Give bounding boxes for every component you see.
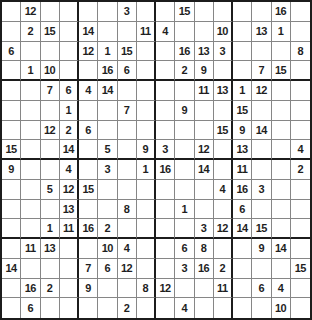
- cell-r16c16[interactable]: [291, 298, 310, 318]
- given-digit: 7: [85, 262, 91, 274]
- given-digit: 12: [25, 5, 36, 17]
- given-digit: 14: [237, 222, 248, 234]
- cell-r15c8: 8: [137, 279, 156, 299]
- cell-r9c3[interactable]: [41, 160, 60, 180]
- cell-r12c8[interactable]: [137, 219, 156, 239]
- cell-r16c13[interactable]: [233, 298, 252, 318]
- cell-r6c12[interactable]: [214, 101, 233, 121]
- cell-r1c4[interactable]: [60, 2, 79, 22]
- given-digit: 15: [179, 5, 190, 17]
- cell-r10c16[interactable]: [291, 180, 310, 200]
- cell-r5c3: 7: [41, 81, 60, 101]
- cell-r10c1[interactable]: [2, 180, 21, 200]
- cell-r9c13: 11: [233, 160, 252, 180]
- cell-r14c14[interactable]: [252, 259, 271, 279]
- cell-r16c1[interactable]: [2, 298, 21, 318]
- cell-r16c5[interactable]: [79, 298, 98, 318]
- given-digit: 1: [182, 203, 188, 215]
- cell-r8c15[interactable]: [272, 140, 291, 160]
- cell-r8c14[interactable]: [252, 140, 271, 160]
- cell-r7c11[interactable]: [195, 121, 214, 141]
- cell-r13c10: 6: [175, 239, 194, 259]
- cell-r4c3: 10: [41, 61, 60, 81]
- given-digit: 16: [25, 282, 36, 294]
- cell-r12c16[interactable]: [291, 219, 310, 239]
- cell-r13c16[interactable]: [291, 239, 310, 259]
- given-digit: 6: [28, 302, 34, 314]
- cell-r7c1[interactable]: [2, 121, 21, 141]
- cell-r7c10[interactable]: [175, 121, 194, 141]
- cell-r10c8[interactable]: [137, 180, 156, 200]
- cell-r15c3: 2: [41, 279, 60, 299]
- given-digit: 3: [182, 262, 188, 274]
- cell-r4c10: 2: [175, 61, 194, 81]
- cell-r14c15[interactable]: [272, 259, 291, 279]
- cell-r13c11: 8: [195, 239, 214, 259]
- cell-r1c16[interactable]: [291, 2, 310, 22]
- cell-r2c11[interactable]: [195, 22, 214, 42]
- cell-r11c4: 13: [60, 200, 79, 220]
- cell-r6c9[interactable]: [156, 101, 175, 121]
- cell-r10c5: 15: [79, 180, 98, 200]
- cell-r7c13: 9: [233, 121, 252, 141]
- cell-r10c6[interactable]: [98, 180, 117, 200]
- cell-r11c6[interactable]: [98, 200, 117, 220]
- given-digit: 5: [105, 143, 111, 155]
- cell-r15c13[interactable]: [233, 279, 252, 299]
- given-digit: 6: [85, 124, 91, 136]
- given-digit: 16: [102, 64, 113, 76]
- given-digit: 7: [259, 64, 265, 76]
- cell-r5c16[interactable]: [291, 81, 310, 101]
- cell-r14c12: 2: [214, 259, 233, 279]
- cell-r5c4: 6: [60, 81, 79, 101]
- given-digit: 6: [259, 282, 265, 294]
- given-digit: 16: [198, 262, 209, 274]
- cell-r9c5[interactable]: [79, 160, 98, 180]
- given-digit: 6: [239, 203, 245, 215]
- cell-r2c2: 2: [21, 22, 40, 42]
- given-digit: 13: [237, 143, 248, 155]
- cell-r14c7: 12: [118, 259, 137, 279]
- cell-r3c8[interactable]: [137, 42, 156, 62]
- cell-r14c6: 6: [98, 259, 117, 279]
- cell-r8c4: 14: [60, 140, 79, 160]
- cell-r5c5: 4: [79, 81, 98, 101]
- given-digit: 4: [298, 143, 304, 155]
- cell-r13c1[interactable]: [2, 239, 21, 259]
- cell-r13c2: 11: [21, 239, 40, 259]
- cell-r13c7: 4: [118, 239, 137, 259]
- cell-r3c9[interactable]: [156, 42, 175, 62]
- cell-r5c8[interactable]: [137, 81, 156, 101]
- cell-r9c15[interactable]: [272, 160, 291, 180]
- given-digit: 12: [44, 124, 55, 136]
- given-digit: 8: [124, 203, 130, 215]
- cell-r3c16: 8: [291, 42, 310, 62]
- cell-r5c9[interactable]: [156, 81, 175, 101]
- cell-r15c14: 6: [252, 279, 271, 299]
- cell-r12c13: 14: [233, 219, 252, 239]
- cell-r12c12: 12: [214, 219, 233, 239]
- cell-r14c4[interactable]: [60, 259, 79, 279]
- given-digit: 13: [63, 203, 74, 215]
- given-digit: 1: [143, 163, 149, 175]
- given-digit: 16: [275, 5, 286, 17]
- given-digit: 4: [162, 25, 168, 37]
- cell-r12c9[interactable]: [156, 219, 175, 239]
- cell-r2c4[interactable]: [60, 22, 79, 42]
- cell-r7c14: 14: [252, 121, 271, 141]
- given-digit: 13: [44, 242, 55, 254]
- given-digit: 4: [278, 282, 284, 294]
- cell-r1c9[interactable]: [156, 2, 175, 22]
- given-digit: 2: [220, 262, 226, 274]
- given-digit: 4: [182, 302, 188, 314]
- cell-r7c5: 6: [79, 121, 98, 141]
- cell-r10c15[interactable]: [272, 180, 291, 200]
- given-digit: 15: [275, 64, 286, 76]
- cell-r2c10[interactable]: [175, 22, 194, 42]
- cell-r9c14[interactable]: [252, 160, 271, 180]
- cell-r11c11[interactable]: [195, 200, 214, 220]
- cell-r3c14[interactable]: [252, 42, 271, 62]
- cell-r13c9[interactable]: [156, 239, 175, 259]
- cell-r14c10: 3: [175, 259, 194, 279]
- cell-r16c6[interactable]: [98, 298, 117, 318]
- cell-r16c10: 4: [175, 298, 194, 318]
- cell-r5c10[interactable]: [175, 81, 194, 101]
- cell-r7c7[interactable]: [118, 121, 137, 141]
- cell-r2c1[interactable]: [2, 22, 21, 42]
- cell-r3c4[interactable]: [60, 42, 79, 62]
- cell-r3c2[interactable]: [21, 42, 40, 62]
- given-digit: 6: [8, 45, 14, 57]
- cell-r15c10[interactable]: [175, 279, 194, 299]
- cell-r6c16[interactable]: [291, 101, 310, 121]
- cell-r15c12: 11: [214, 279, 233, 299]
- cell-r14c9[interactable]: [156, 259, 175, 279]
- cell-r2c6[interactable]: [98, 22, 117, 42]
- cell-r7c15[interactable]: [272, 121, 291, 141]
- cell-r4c8[interactable]: [137, 61, 156, 81]
- cell-r16c15: 10: [272, 298, 291, 318]
- cell-r1c11[interactable]: [195, 2, 214, 22]
- cell-r6c11[interactable]: [195, 101, 214, 121]
- cell-r8c8: 9: [137, 140, 156, 160]
- cell-r4c4[interactable]: [60, 61, 79, 81]
- cell-r7c3: 12: [41, 121, 60, 141]
- cell-r7c16[interactable]: [291, 121, 310, 141]
- given-digit: 14: [102, 84, 113, 96]
- given-digit: 7: [47, 84, 53, 96]
- cell-r15c2: 16: [21, 279, 40, 299]
- cell-r7c9[interactable]: [156, 121, 175, 141]
- given-digit: 12: [198, 143, 209, 155]
- cell-r8c12[interactable]: [214, 140, 233, 160]
- given-digit: 11: [25, 242, 36, 254]
- cell-r3c3[interactable]: [41, 42, 60, 62]
- given-digit: 14: [63, 143, 74, 155]
- cell-r3c1: 6: [2, 42, 21, 62]
- cell-r1c6[interactable]: [98, 2, 117, 22]
- cell-r8c1: 15: [2, 140, 21, 160]
- cell-r10c9[interactable]: [156, 180, 175, 200]
- cell-r9c16: 2: [291, 160, 310, 180]
- given-digit: 6: [124, 64, 130, 76]
- given-digit: 14: [256, 124, 267, 136]
- cell-r13c15: 14: [272, 239, 291, 259]
- cell-r12c1[interactable]: [2, 219, 21, 239]
- cell-r5c12: 13: [214, 81, 233, 101]
- given-digit: 11: [217, 282, 228, 294]
- given-digit: 13: [198, 45, 209, 57]
- cell-r14c13[interactable]: [233, 259, 252, 279]
- cell-r6c3[interactable]: [41, 101, 60, 121]
- cell-r14c3[interactable]: [41, 259, 60, 279]
- cell-r6c15[interactable]: [272, 101, 291, 121]
- cell-r11c16[interactable]: [291, 200, 310, 220]
- cell-r9c10[interactable]: [175, 160, 194, 180]
- given-digit: 3: [259, 183, 265, 195]
- cell-r4c1[interactable]: [2, 61, 21, 81]
- given-digit: 12: [63, 183, 74, 195]
- cell-r9c12[interactable]: [214, 160, 233, 180]
- cell-r4c16[interactable]: [291, 61, 310, 81]
- cell-r15c9: 12: [156, 279, 175, 299]
- cell-r1c13[interactable]: [233, 2, 252, 22]
- cell-r4c12[interactable]: [214, 61, 233, 81]
- cell-r6c5[interactable]: [79, 101, 98, 121]
- cell-r9c4: 4: [60, 160, 79, 180]
- cell-r16c12[interactable]: [214, 298, 233, 318]
- given-digit: 16: [160, 163, 171, 175]
- given-digit: 10: [275, 302, 286, 314]
- given-digit: 10: [44, 64, 55, 76]
- cell-r3c6: 1: [98, 42, 117, 62]
- cell-r6c6[interactable]: [98, 101, 117, 121]
- cell-r4c13[interactable]: [233, 61, 252, 81]
- given-digit: 14: [83, 25, 94, 37]
- given-digit: 8: [298, 45, 304, 57]
- cell-r5c1[interactable]: [2, 81, 21, 101]
- cell-r9c9: 16: [156, 160, 175, 180]
- cell-r11c13: 6: [233, 200, 252, 220]
- cell-r14c16: 15: [291, 259, 310, 279]
- cell-r5c7[interactable]: [118, 81, 137, 101]
- cell-r5c15[interactable]: [272, 81, 291, 101]
- given-digit: 2: [298, 163, 304, 175]
- cell-r6c7: 7: [118, 101, 137, 121]
- cell-r5c6: 14: [98, 81, 117, 101]
- given-digit: 12: [256, 84, 267, 96]
- cell-r11c8[interactable]: [137, 200, 156, 220]
- cell-r1c5[interactable]: [79, 2, 98, 22]
- cell-r10c7[interactable]: [118, 180, 137, 200]
- cell-r2c7[interactable]: [118, 22, 137, 42]
- cell-r1c1[interactable]: [2, 2, 21, 22]
- given-digit: 9: [8, 163, 14, 175]
- cell-r2c3: 15: [41, 22, 60, 42]
- given-digit: 1: [105, 45, 111, 57]
- given-digit: 13: [256, 25, 267, 37]
- cell-r1c7: 3: [118, 2, 137, 22]
- given-digit: 1: [66, 104, 72, 116]
- cell-r14c11: 16: [195, 259, 214, 279]
- cell-r11c9[interactable]: [156, 200, 175, 220]
- cell-r13c4[interactable]: [60, 239, 79, 259]
- cell-r16c11[interactable]: [195, 298, 214, 318]
- cell-r13c3: 13: [41, 239, 60, 259]
- given-digit: 6: [182, 242, 188, 254]
- given-digit: 9: [201, 64, 207, 76]
- cell-r8c2[interactable]: [21, 140, 40, 160]
- cell-r14c8[interactable]: [137, 259, 156, 279]
- given-digit: 3: [105, 163, 111, 175]
- given-digit: 6: [66, 84, 72, 96]
- cell-r10c11[interactable]: [195, 180, 214, 200]
- cell-r11c12[interactable]: [214, 200, 233, 220]
- cell-r15c16[interactable]: [291, 279, 310, 299]
- cell-r13c5[interactable]: [79, 239, 98, 259]
- cell-r15c11[interactable]: [195, 279, 214, 299]
- given-digit: 16: [237, 183, 248, 195]
- cell-r12c6: 2: [98, 219, 117, 239]
- cell-r4c9[interactable]: [156, 61, 175, 81]
- given-digit: 12: [217, 222, 228, 234]
- cell-r3c13[interactable]: [233, 42, 252, 62]
- cell-r13c8[interactable]: [137, 239, 156, 259]
- given-digit: 13: [217, 84, 228, 96]
- cell-r1c8[interactable]: [137, 2, 156, 22]
- given-digit: 2: [182, 64, 188, 76]
- cell-r6c1[interactable]: [2, 101, 21, 121]
- cell-r12c2[interactable]: [21, 219, 40, 239]
- cell-r1c14[interactable]: [252, 2, 271, 22]
- cell-r16c3[interactable]: [41, 298, 60, 318]
- cell-r7c6[interactable]: [98, 121, 117, 141]
- cell-r12c10[interactable]: [175, 219, 194, 239]
- cell-r15c4[interactable]: [60, 279, 79, 299]
- cell-r6c14[interactable]: [252, 101, 271, 121]
- given-digit: 16: [179, 45, 190, 57]
- cell-r6c8[interactable]: [137, 101, 156, 121]
- given-digit: 1: [239, 84, 245, 96]
- cell-r8c3[interactable]: [41, 140, 60, 160]
- cell-r2c15: 1: [272, 22, 291, 42]
- cell-r5c2[interactable]: [21, 81, 40, 101]
- cell-r7c2[interactable]: [21, 121, 40, 141]
- cell-r16c2: 6: [21, 298, 40, 318]
- cell-r8c13: 13: [233, 140, 252, 160]
- cell-r16c9[interactable]: [156, 298, 175, 318]
- cell-r11c15[interactable]: [272, 200, 291, 220]
- given-digit: 2: [28, 25, 34, 37]
- cell-r11c5[interactable]: [79, 200, 98, 220]
- given-digit: 11: [198, 84, 209, 96]
- cell-r8c5[interactable]: [79, 140, 98, 160]
- cell-r4c6: 16: [98, 61, 117, 81]
- given-digit: 15: [237, 104, 248, 116]
- cell-r8c10[interactable]: [175, 140, 194, 160]
- given-digit: 4: [66, 163, 72, 175]
- cell-r3c15[interactable]: [272, 42, 291, 62]
- cell-r13c6: 10: [98, 239, 117, 259]
- cell-r8c7[interactable]: [118, 140, 137, 160]
- given-digit: 4: [85, 84, 91, 96]
- cell-r13c13[interactable]: [233, 239, 252, 259]
- cell-r11c7: 8: [118, 200, 137, 220]
- cell-r1c2: 12: [21, 2, 40, 22]
- cell-r10c10[interactable]: [175, 180, 194, 200]
- cell-r7c4: 2: [60, 121, 79, 141]
- cell-r12c15[interactable]: [272, 219, 291, 239]
- cell-r15c6[interactable]: [98, 279, 117, 299]
- cell-r16c14[interactable]: [252, 298, 271, 318]
- given-digit: 5: [47, 183, 53, 195]
- cell-r2c5: 14: [79, 22, 98, 42]
- given-digit: 1: [278, 25, 284, 37]
- cell-r9c7[interactable]: [118, 160, 137, 180]
- cell-r1c12[interactable]: [214, 2, 233, 22]
- cell-r1c3[interactable]: [41, 2, 60, 22]
- cell-r2c16[interactable]: [291, 22, 310, 42]
- cell-r15c1[interactable]: [2, 279, 21, 299]
- cell-r3c10: 16: [175, 42, 194, 62]
- cell-r11c14[interactable]: [252, 200, 271, 220]
- cell-r8c16: 4: [291, 140, 310, 160]
- cell-r13c12[interactable]: [214, 239, 233, 259]
- cell-r15c7[interactable]: [118, 279, 137, 299]
- cell-r4c5[interactable]: [79, 61, 98, 81]
- given-digit: 10: [102, 242, 113, 254]
- given-digit: 9: [239, 124, 245, 136]
- given-digit: 15: [83, 183, 94, 195]
- cell-r7c8[interactable]: [137, 121, 156, 141]
- cell-r10c4: 12: [60, 180, 79, 200]
- given-digit: 2: [105, 222, 111, 234]
- given-digit: 14: [198, 163, 209, 175]
- given-digit: 3: [124, 5, 130, 17]
- cell-r2c12: 10: [214, 22, 233, 42]
- cell-r9c2[interactable]: [21, 160, 40, 180]
- given-digit: 2: [124, 302, 130, 314]
- given-digit: 9: [259, 242, 265, 254]
- cell-r6c2[interactable]: [21, 101, 40, 121]
- given-digit: 7: [124, 104, 130, 116]
- given-digit: 9: [143, 143, 149, 155]
- given-digit: 8: [201, 242, 207, 254]
- given-digit: 11: [140, 25, 151, 37]
- cell-r16c8[interactable]: [137, 298, 156, 318]
- cell-r12c7[interactable]: [118, 219, 137, 239]
- cell-r10c2[interactable]: [21, 180, 40, 200]
- given-digit: 15: [295, 262, 306, 274]
- cell-r11c2[interactable]: [21, 200, 40, 220]
- given-digit: 4: [124, 242, 130, 254]
- cell-r14c5: 7: [79, 259, 98, 279]
- cell-r2c13[interactable]: [233, 22, 252, 42]
- given-digit: 1: [47, 222, 53, 234]
- cell-r16c4[interactable]: [60, 298, 79, 318]
- cell-r11c3[interactable]: [41, 200, 60, 220]
- given-digit: 3: [162, 143, 168, 155]
- cell-r12c5: 16: [79, 219, 98, 239]
- cell-r14c2[interactable]: [21, 259, 40, 279]
- cell-r11c1[interactable]: [2, 200, 21, 220]
- given-digit: 11: [63, 222, 74, 234]
- given-digit: 15: [44, 25, 55, 37]
